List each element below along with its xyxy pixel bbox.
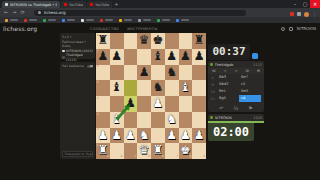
square-g1[interactable]: ♚g <box>179 143 193 159</box>
black-pawn: ♟ <box>192 49 206 65</box>
square-f7[interactable]: ♟ <box>165 49 179 65</box>
square-e2[interactable] <box>151 128 165 144</box>
square-d3[interactable] <box>137 112 151 128</box>
square-d1[interactable]: ♛d <box>137 143 151 159</box>
window-controls: –▢✕ <box>290 0 320 8</box>
move-row: 8Bb3Be7 <box>208 74 264 81</box>
new-tab-button[interactable]: + <box>113 1 119 7</box>
extension-icon[interactable] <box>290 12 294 16</box>
search-icon[interactable] <box>281 27 285 31</box>
bookmark-item[interactable] <box>100 19 113 22</box>
url-text: lichess.org <box>44 10 65 15</box>
bookmark-item[interactable] <box>5 19 18 22</box>
square-b6[interactable] <box>110 65 124 81</box>
square-d7[interactable] <box>137 49 151 65</box>
tab-favicon <box>64 3 67 6</box>
square-a3[interactable]: 3 <box>96 112 110 128</box>
black-player-line[interactable]: Thekidgab (1113) <box>62 53 93 62</box>
square-a1[interactable]: ♜a1 <box>96 143 110 159</box>
reload-icon[interactable]: ⟳ <box>20 8 24 17</box>
bookmark-item[interactable] <box>157 19 170 22</box>
black-queen: ♛ <box>137 33 151 49</box>
close-button[interactable]: ✕ <box>310 0 320 8</box>
black-clock: 00:37 <box>208 44 250 60</box>
bookmark-item[interactable] <box>62 19 75 22</box>
maximize-button[interactable]: ▢ <box>300 0 310 8</box>
bookmark-item[interactable] <box>176 19 189 22</box>
game-actions: ↶½⚑ <box>208 103 264 112</box>
square-b5[interactable]: ♝ <box>110 80 124 96</box>
bookmark-item[interactable] <box>24 19 37 22</box>
square-a4[interactable]: 4 <box>96 96 110 112</box>
square-d8[interactable]: ♛ <box>137 33 151 49</box>
game-meta-box: 3+2 • Рейтинговая • Блиц NiTROKiN (1015)… <box>60 33 95 59</box>
move-number: 11 <box>208 97 217 101</box>
square-h3[interactable] <box>192 112 206 128</box>
extensions-menu-icon[interactable] <box>297 12 301 16</box>
square-h2[interactable]: ♟ <box>192 128 206 144</box>
square-g2[interactable]: ♟ <box>179 128 193 144</box>
black-color-icon <box>62 56 65 59</box>
square-a7[interactable]: ♟7 <box>96 49 110 65</box>
square-g3[interactable] <box>179 112 193 128</box>
square-e4[interactable]: ♟ <box>151 96 165 112</box>
bookmark-item[interactable] <box>81 19 94 22</box>
black-move[interactable]: Be7 <box>239 74 261 81</box>
online-icon <box>210 116 213 119</box>
square-c6[interactable] <box>124 65 138 81</box>
chat-input[interactable]: Пожалуйста, будьте вежливы! <box>62 151 93 157</box>
white-bishop: ♝ <box>179 80 193 96</box>
square-e3[interactable] <box>151 112 165 128</box>
move-row: 11Bg5c4 <box>208 95 264 102</box>
square-f1[interactable]: f <box>165 143 179 159</box>
square-h8[interactable]: ♜ <box>192 33 206 49</box>
move-number: 10 <box>208 90 217 94</box>
bookmark-item[interactable] <box>43 19 56 22</box>
black-player-row[interactable]: Thekidgab 1113 <box>208 61 264 68</box>
square-f6[interactable]: ♞ <box>165 65 179 81</box>
square-b2[interactable]: ♟ <box>110 128 124 144</box>
online-icon <box>210 63 213 66</box>
square-a8[interactable]: ♜8 <box>96 33 110 49</box>
white-move[interactable]: Bg5 <box>217 95 239 102</box>
square-a6[interactable]: 6 <box>96 65 110 81</box>
black-knight: ♞ <box>151 80 165 96</box>
square-f5[interactable] <box>165 80 179 96</box>
square-d2[interactable]: ♞ <box>137 128 151 144</box>
white-move[interactable]: Re1 <box>217 88 239 95</box>
white-knight: ♞ <box>137 128 151 144</box>
site-info-icon[interactable] <box>38 11 41 14</box>
square-c3[interactable] <box>124 112 138 128</box>
browser-titlebar: NiTROKiN vs Thekidgab • lichess.orgYouTu… <box>0 0 320 8</box>
takeback-button[interactable]: ↶ <box>219 105 223 111</box>
browser-toolbar: ← → ⟳ lichess.org ⋮ <box>0 8 320 17</box>
white-player-rating: 1015 <box>253 116 262 120</box>
white-pawn: ♟ <box>110 128 124 144</box>
square-g5[interactable]: ♝ <box>179 80 193 96</box>
black-knight: ♞ <box>165 65 179 81</box>
blue-badge-icon[interactable] <box>252 53 258 59</box>
black-player-name: Thekidgab <box>215 63 252 67</box>
white-bishop: ♝ <box>110 112 124 128</box>
move-list: 8Bb3Be79Nbd2c510Re1Ne511Bg5c4 <box>208 74 264 103</box>
square-a2[interactable]: ♟2 <box>96 128 110 144</box>
black-king: ♚ <box>151 33 165 49</box>
square-b8[interactable] <box>110 33 124 49</box>
square-g4[interactable] <box>179 96 193 112</box>
black-bishop: ♝ <box>110 80 124 96</box>
tab-strip: NiTROKiN vs Thekidgab • lichess.orgYouTu… <box>2 1 119 8</box>
back-icon[interactable]: ← <box>4 8 8 17</box>
browser-tab[interactable]: NiTROKiN vs Thekidgab • lichess.org <box>2 1 60 8</box>
forward-icon[interactable]: → <box>12 8 16 17</box>
white-color-icon <box>62 50 65 53</box>
tab-favicon <box>5 3 8 6</box>
draw-offer-button[interactable]: ½ <box>233 105 238 111</box>
square-b4[interactable] <box>110 96 124 112</box>
square-h1[interactable]: h <box>192 143 206 159</box>
tab-favicon <box>90 3 93 6</box>
move-number: 8 <box>208 76 217 80</box>
black-move[interactable]: c4 <box>239 95 261 102</box>
white-pawn: ♟ <box>192 128 206 144</box>
chat-toggle[interactable] <box>87 65 93 68</box>
square-g8[interactable] <box>179 33 193 49</box>
square-h7[interactable]: ♟ <box>192 49 206 65</box>
square-e7[interactable]: ♝ <box>151 49 165 65</box>
square-c2[interactable]: ♟ <box>124 128 138 144</box>
white-player-name: NiTROKiN <box>215 116 252 120</box>
nav-item[interactable]: СООБЩЕСТВО <box>90 27 119 31</box>
black-pawn: ♟ <box>179 49 193 65</box>
black-bishop: ♝ <box>151 49 165 65</box>
square-d5[interactable] <box>137 80 151 96</box>
white-player-row[interactable]: NiTROKiN 1015 <box>208 114 264 121</box>
white-pawn: ♟ <box>179 128 193 144</box>
square-c8[interactable] <box>124 33 138 49</box>
square-b7[interactable]: ♟ <box>110 49 124 65</box>
resign-button[interactable]: ⚑ <box>248 105 252 111</box>
square-f8[interactable] <box>165 33 179 49</box>
black-rook: ♜ <box>192 33 206 49</box>
square-f4[interactable] <box>165 96 179 112</box>
black-pawn: ♟ <box>124 96 138 112</box>
black-player-rating: 1113 <box>253 63 262 67</box>
square-e5[interactable]: ♞ <box>151 80 165 96</box>
square-h4[interactable] <box>192 96 206 112</box>
lichess-page: lichess.org СООБЩЕСТВОИНСТРУМЕНТЫ NiTROK… <box>0 23 320 180</box>
nav-item[interactable]: ИНСТРУМЕНТЫ <box>127 27 157 31</box>
square-d4[interactable] <box>137 96 151 112</box>
square-c7[interactable] <box>124 49 138 65</box>
square-h5[interactable] <box>192 80 206 96</box>
minimize-button[interactable]: – <box>290 0 300 8</box>
move-number: 9 <box>208 83 217 87</box>
square-b1[interactable]: b <box>110 143 124 159</box>
white-pawn: ♟ <box>165 128 179 144</box>
logged-in-username[interactable]: NiTROKiN <box>297 26 316 31</box>
move-row: 10Re1Ne5 <box>208 88 264 95</box>
chat-title: Чат комнаты <box>62 64 84 68</box>
black-move[interactable]: c5 <box>239 81 261 88</box>
white-pawn: ♟ <box>151 96 165 112</box>
lichess-logo[interactable]: lichess.org <box>3 25 37 32</box>
black-pawn: ♟ <box>165 49 179 65</box>
bookmark-item[interactable] <box>138 19 151 22</box>
square-h6[interactable] <box>192 65 206 81</box>
browser-tab[interactable]: YouTube <box>61 1 86 8</box>
challenge-icon[interactable] <box>289 27 293 31</box>
white-clock-active: 02:00 <box>208 123 254 141</box>
square-e6[interactable] <box>151 65 165 81</box>
white-move[interactable]: Nbd2 <box>217 81 239 88</box>
square-b3[interactable]: ♝ <box>110 112 124 128</box>
black-pawn: ♟ <box>137 65 151 81</box>
square-a5[interactable]: 5 <box>96 80 110 96</box>
square-d6[interactable]: ♟ <box>137 65 151 81</box>
square-f2[interactable]: ♟ <box>165 128 179 144</box>
white-knight: ♞ <box>165 112 179 128</box>
profile-avatar[interactable] <box>304 12 309 17</box>
game-meta-line: 3+2 • Рейтинговая • Блиц <box>62 35 93 49</box>
black-pawn: ♟ <box>110 49 124 65</box>
browser-tab[interactable]: YouTube <box>87 1 112 8</box>
square-g6[interactable] <box>179 65 193 81</box>
address-bar[interactable]: lichess.org <box>34 10 246 16</box>
square-e1[interactable]: ♜e <box>151 143 165 159</box>
white-pawn: ♟ <box>124 128 138 144</box>
square-c4[interactable]: ♟ <box>124 96 138 112</box>
move-row: 9Nbd2c5 <box>208 81 264 88</box>
black-move[interactable]: Ne5 <box>239 88 261 95</box>
square-f3[interactable]: ♞ <box>165 112 179 128</box>
white-move[interactable]: Bb3 <box>217 74 239 81</box>
square-c5[interactable] <box>124 80 138 96</box>
chess-board: ♜8♛♚♜♟7♟♝♟♟♟6♟♞5♝♞♝4♟♟3♝♞♟2♟♟♞♟♟♟♜a1bc♛d… <box>96 33 206 159</box>
site-nav: СООБЩЕСТВОИНСТРУМЕНТЫ <box>90 27 158 31</box>
square-c1[interactable]: c <box>124 143 138 159</box>
square-e8[interactable]: ♚ <box>151 33 165 49</box>
chat-panel: Чат комнаты Пожалуйста, будьте вежливы! <box>60 62 95 159</box>
bookmark-item[interactable] <box>119 19 132 22</box>
square-g7[interactable]: ♟ <box>179 49 193 65</box>
